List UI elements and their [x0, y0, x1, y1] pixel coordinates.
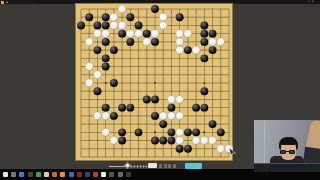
white-stone[interactable]	[176, 46, 184, 54]
black-stone[interactable]	[184, 145, 192, 153]
white-stone[interactable]	[143, 38, 151, 46]
white-stone[interactable]	[151, 30, 159, 38]
app-icon-12[interactable]	[93, 172, 98, 177]
white-stone[interactable]	[93, 112, 101, 120]
window-controls[interactable]: + ×	[308, 0, 314, 2]
white-stone[interactable]	[176, 128, 184, 136]
taskbar-clock: ·· ····	[261, 172, 268, 175]
black-stone[interactable]	[209, 30, 217, 38]
black-stone[interactable]	[167, 104, 175, 112]
white-stone[interactable]	[192, 46, 200, 54]
person-fringe	[281, 140, 296, 145]
black-stone[interactable]	[151, 95, 159, 103]
nav-button[interactable]	[168, 164, 171, 168]
move-slider-ticks	[131, 165, 147, 168]
black-stone[interactable]	[85, 13, 93, 21]
slider-tick	[140, 165, 141, 168]
white-stone[interactable]	[167, 112, 175, 120]
white-stone[interactable]	[209, 38, 217, 46]
glasses-bridge	[286, 151, 289, 152]
black-stone[interactable]	[126, 13, 134, 21]
white-stone[interactable]	[110, 13, 118, 21]
star-point	[203, 131, 205, 133]
taskbar-icons	[3, 172, 131, 177]
black-stone[interactable]	[118, 137, 126, 145]
black-stone[interactable]	[143, 95, 151, 103]
star-point	[154, 82, 156, 84]
black-stone[interactable]	[176, 13, 184, 21]
black-stone[interactable]	[135, 128, 143, 136]
black-stone[interactable]	[200, 38, 208, 46]
black-stone[interactable]	[151, 137, 159, 145]
white-stone[interactable]	[85, 63, 93, 71]
black-stone[interactable]	[217, 128, 225, 136]
webcam-overlay	[254, 120, 320, 172]
white-stone[interactable]	[176, 95, 184, 103]
black-stone[interactable]	[184, 128, 192, 136]
black-stone[interactable]	[151, 112, 159, 120]
white-stone[interactable]	[118, 5, 126, 13]
slider-tick	[137, 165, 138, 168]
white-stone[interactable]	[176, 137, 184, 145]
white-stone[interactable]	[93, 30, 101, 38]
black-stone[interactable]	[126, 104, 134, 112]
white-stone[interactable]	[135, 30, 143, 38]
window-title: ▪ ····· ··········· ···· ·· ···	[6, 1, 34, 4]
white-stone[interactable]	[176, 112, 184, 120]
white-stone[interactable]	[159, 13, 167, 21]
white-stone[interactable]	[85, 79, 93, 87]
white-stone[interactable]	[126, 30, 134, 38]
black-stone[interactable]	[200, 104, 208, 112]
white-stone[interactable]	[118, 21, 126, 29]
black-stone[interactable]	[143, 30, 151, 38]
app-icon-2[interactable]	[11, 172, 16, 177]
black-stone[interactable]	[110, 112, 118, 120]
white-stone[interactable]	[209, 137, 217, 145]
black-stone[interactable]	[200, 21, 208, 29]
glasses-right-lens	[289, 150, 295, 154]
nav-button[interactable]	[173, 164, 176, 168]
black-stone[interactable]	[192, 128, 200, 136]
black-stone[interactable]	[118, 128, 126, 136]
black-stone[interactable]	[176, 145, 184, 153]
black-stone[interactable]	[102, 54, 110, 62]
app-icon-1[interactable]	[3, 172, 8, 177]
current-move-button[interactable]	[148, 163, 157, 168]
star-point	[105, 82, 107, 84]
black-stone[interactable]	[209, 120, 217, 128]
white-stone[interactable]	[217, 145, 225, 153]
white-stone[interactable]	[176, 38, 184, 46]
black-stone[interactable]	[135, 21, 143, 29]
black-stone[interactable]	[167, 137, 175, 145]
black-stone[interactable]	[200, 30, 208, 38]
go-board[interactable]	[75, 3, 233, 161]
slider-tick	[146, 165, 147, 168]
black-stone[interactable]	[102, 38, 110, 46]
white-stone[interactable]	[184, 30, 192, 38]
nav-button[interactable]	[164, 164, 167, 168]
black-stone[interactable]	[159, 137, 167, 145]
app-icon-4[interactable]	[28, 172, 33, 177]
black-stone[interactable]	[200, 87, 208, 95]
black-stone[interactable]	[102, 21, 110, 29]
black-stone[interactable]	[77, 21, 85, 29]
black-stone[interactable]	[184, 46, 192, 54]
go-board-grid	[81, 9, 229, 157]
white-stone[interactable]	[110, 137, 118, 145]
white-stone[interactable]	[176, 30, 184, 38]
white-stone[interactable]	[159, 21, 167, 29]
app-icon-13[interactable]	[101, 172, 106, 177]
black-stone[interactable]	[110, 79, 118, 87]
white-stone[interactable]	[217, 38, 225, 46]
white-stone[interactable]	[85, 38, 93, 46]
move-slider-thumb[interactable]	[124, 162, 131, 169]
star-point	[203, 82, 205, 84]
app-icon-7[interactable]	[52, 172, 57, 177]
app-icon-3[interactable]	[19, 172, 24, 177]
black-stone[interactable]	[102, 104, 110, 112]
slider-tick	[131, 165, 132, 168]
star-point	[154, 131, 156, 133]
white-stone[interactable]	[167, 95, 175, 103]
wall-corner-line	[264, 120, 265, 164]
app-icon-16[interactable]	[126, 172, 131, 177]
black-stone[interactable]	[118, 104, 126, 112]
white-stone[interactable]	[110, 21, 118, 29]
black-stone[interactable]	[118, 30, 126, 38]
black-stone[interactable]	[93, 87, 101, 95]
app-icon-11[interactable]	[85, 172, 90, 177]
nav-button[interactable]	[159, 164, 162, 168]
app-icon-5[interactable]	[36, 172, 41, 177]
black-stone[interactable]	[93, 46, 101, 54]
white-stone[interactable]	[102, 30, 110, 38]
black-stone[interactable]	[110, 46, 118, 54]
white-stone[interactable]	[192, 137, 200, 145]
white-stone[interactable]	[93, 71, 101, 79]
desk-highlight	[254, 163, 320, 164]
black-stone[interactable]	[200, 54, 208, 62]
app-icon-10[interactable]	[77, 172, 82, 177]
video-frame: ▪ ····· ··········· ···· ·· ··· + × ····…	[0, 0, 320, 180]
app-icon-8[interactable]	[60, 172, 65, 177]
app-icon-6[interactable]	[44, 172, 49, 177]
black-stone[interactable]	[102, 63, 110, 71]
black-stone[interactable]	[159, 120, 167, 128]
desk-band	[254, 163, 320, 172]
slider-tick	[134, 165, 135, 168]
app-icon-14[interactable]	[109, 172, 114, 177]
black-stone[interactable]	[167, 128, 175, 136]
slider-tick	[143, 165, 144, 168]
black-stone[interactable]	[192, 104, 200, 112]
white-stone[interactable]	[200, 137, 208, 145]
accent-action-label: ·····	[192, 165, 196, 167]
black-stone[interactable]	[126, 38, 134, 46]
nav-buttons[interactable]	[159, 164, 176, 168]
black-stone[interactable]	[102, 13, 110, 21]
black-stone[interactable]	[151, 5, 159, 13]
white-stone[interactable]	[102, 112, 110, 120]
black-stone[interactable]	[209, 46, 217, 54]
app-icon-15[interactable]	[118, 172, 123, 177]
app-icon-9[interactable]	[69, 172, 74, 177]
black-stone[interactable]	[151, 38, 159, 46]
white-stone[interactable]	[102, 128, 110, 136]
white-stone[interactable]	[159, 112, 167, 120]
black-stone[interactable]	[93, 21, 101, 29]
